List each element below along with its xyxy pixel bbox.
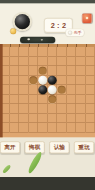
stone-white [38, 76, 47, 85]
undo-button[interactable]: 悔棋 [25, 141, 45, 153]
board-cell[interactable] [86, 66, 95, 76]
board-cell[interactable] [38, 114, 48, 124]
board-cell[interactable] [19, 114, 29, 124]
board-cell[interactable] [10, 85, 20, 95]
board-cell[interactable] [48, 57, 58, 67]
board-cell[interactable] [67, 85, 77, 95]
board-cell[interactable] [19, 47, 29, 57]
board-cell[interactable] [57, 123, 67, 133]
board-cell[interactable] [19, 66, 29, 76]
board-cell[interactable] [67, 76, 77, 86]
rank-badge-icon [10, 28, 16, 34]
board-cell[interactable] [76, 123, 86, 133]
board-cell[interactable] [86, 85, 95, 95]
board-cell[interactable] [19, 104, 29, 114]
stone-white [48, 85, 57, 94]
board-cell[interactable] [67, 57, 77, 67]
stone-black [38, 85, 47, 94]
board-cell[interactable] [76, 114, 86, 124]
tray-glint [27, 38, 30, 40]
board-cell[interactable] [19, 85, 29, 95]
board-cell[interactable] [19, 76, 29, 86]
board-cell[interactable] [29, 104, 39, 114]
board-cell[interactable] [10, 104, 20, 114]
board-cell[interactable] [10, 123, 20, 133]
board-cell[interactable] [19, 123, 29, 133]
board-cell[interactable] [76, 85, 86, 95]
board-cell[interactable] [29, 57, 39, 67]
board-cell[interactable] [10, 57, 20, 67]
bottom-bar-strip [0, 177, 95, 190]
board-cell[interactable] [57, 57, 67, 67]
board-cell[interactable] [10, 47, 20, 57]
board-cell[interactable] [48, 104, 58, 114]
board-cell[interactable] [76, 104, 86, 114]
board-cell[interactable] [29, 66, 39, 76]
board-cell[interactable] [29, 47, 39, 57]
board-cell[interactable] [10, 66, 20, 76]
board-cell[interactable] [67, 123, 77, 133]
board-cell[interactable] [29, 85, 39, 95]
board-cell[interactable] [48, 123, 58, 133]
reward-icon[interactable] [82, 13, 92, 23]
board-cell[interactable] [57, 95, 67, 105]
board-cell[interactable] [38, 57, 48, 67]
board-cell[interactable] [86, 76, 95, 86]
leave-button[interactable]: 离开 [0, 141, 20, 153]
board-cell[interactable] [86, 57, 95, 67]
board-cell[interactable] [10, 114, 20, 124]
header: 2 : 2 先手 [0, 3, 95, 44]
toolbar: 离开 悔棋 认输 重玩 [0, 141, 95, 153]
board-cell[interactable] [57, 114, 67, 124]
board-cell[interactable] [38, 47, 48, 57]
board-cell[interactable] [48, 47, 58, 57]
turn-indicator: 先手 [65, 29, 84, 37]
tray-glint [41, 39, 43, 41]
board-cell[interactable] [38, 104, 48, 114]
board-cell[interactable] [57, 66, 67, 76]
move-hint[interactable] [48, 95, 56, 103]
board-left-edge [0, 44, 3, 137]
turn-indicator-label: 先手 [74, 30, 82, 36]
board-cell[interactable] [10, 76, 20, 86]
board-cell[interactable] [76, 76, 86, 86]
reward-icon-dot [86, 17, 89, 20]
board-cell[interactable] [10, 95, 20, 105]
board-cell[interactable] [86, 104, 95, 114]
board-cell[interactable] [19, 95, 29, 105]
board-cell[interactable] [86, 47, 95, 57]
board-cell[interactable] [67, 95, 77, 105]
board-cell[interactable] [29, 123, 39, 133]
board-cell[interactable] [86, 95, 95, 105]
score-white: 2 [62, 21, 66, 30]
board-cell[interactable] [29, 114, 39, 124]
othello-board[interactable] [0, 47, 95, 133]
board-cell[interactable] [67, 104, 77, 114]
phone-screen: 2 : 2 先手 离开 悔棋 认输 [0, 0, 95, 190]
board-cell[interactable] [76, 47, 86, 57]
score-black: 2 [51, 21, 55, 30]
board-cell[interactable] [67, 47, 77, 57]
board-cell[interactable] [19, 57, 29, 67]
board-cell[interactable] [48, 114, 58, 124]
board-area [0, 44, 95, 137]
game-screen: 2 : 2 先手 离开 悔棋 认输 [0, 0, 95, 190]
replay-button[interactable]: 重玩 [74, 141, 94, 153]
board-cell[interactable] [67, 114, 77, 124]
black-stone-avatar-icon [15, 14, 30, 29]
board-cell[interactable] [38, 123, 48, 133]
board-cell[interactable] [67, 66, 77, 76]
board-cell[interactable] [38, 95, 48, 105]
board-cell[interactable] [76, 66, 86, 76]
board-cell[interactable] [57, 104, 67, 114]
board-cell[interactable] [86, 123, 95, 133]
score-separator: : [57, 21, 59, 30]
stone-tray-decoration [20, 37, 55, 44]
move-hint[interactable] [29, 76, 37, 84]
board-cell[interactable] [76, 57, 86, 67]
board-cell[interactable] [86, 114, 95, 124]
board-cell[interactable] [48, 66, 58, 76]
white-stone-icon [68, 31, 72, 35]
resign-button[interactable]: 认输 [49, 141, 69, 153]
board-cell[interactable] [76, 95, 86, 105]
board-cell[interactable] [57, 76, 67, 86]
board-cell[interactable] [57, 47, 67, 57]
board-cell[interactable] [29, 95, 39, 105]
